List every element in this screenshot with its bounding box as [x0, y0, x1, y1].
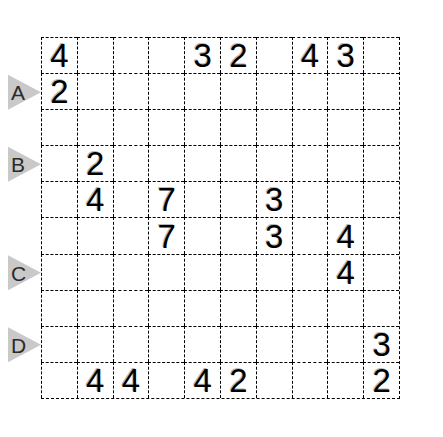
puzzle-screen: 43243224737344344422 ABCD	[0, 0, 443, 437]
row-marker-label: B	[11, 154, 25, 175]
cell-r2c1[interactable]: 2	[41, 73, 77, 109]
given-number: 2	[229, 364, 247, 397]
given-number: 2	[50, 75, 68, 108]
cell-r7c10[interactable]	[363, 254, 399, 290]
cell-r8c1[interactable]	[41, 290, 77, 326]
given-number: 3	[265, 183, 283, 216]
cell-r9c3[interactable]	[113, 326, 149, 362]
cell-r3c4[interactable]	[148, 109, 184, 145]
row-marker-D: D	[8, 327, 41, 362]
given-number: 4	[301, 39, 319, 72]
cell-r5c9[interactable]	[327, 181, 363, 217]
cell-r10c3[interactable]: 4	[113, 362, 149, 398]
cell-r5c10[interactable]	[363, 181, 399, 217]
cell-r5c4[interactable]: 7	[148, 181, 184, 217]
cell-r3c8[interactable]	[292, 109, 328, 145]
cell-r6c9[interactable]: 4	[327, 217, 363, 253]
cell-r10c8[interactable]	[292, 362, 328, 398]
cell-r6c5[interactable]	[184, 217, 220, 253]
cell-r2c2[interactable]	[77, 73, 113, 109]
cell-r3c6[interactable]	[220, 109, 256, 145]
row-marker-A: A	[8, 75, 41, 110]
row-marker-C: C	[8, 255, 41, 290]
cell-r8c2[interactable]	[77, 290, 113, 326]
cell-r4c8[interactable]	[292, 145, 328, 181]
cell-r9c1[interactable]	[41, 326, 77, 362]
cell-r7c2[interactable]	[77, 254, 113, 290]
cell-r10c7[interactable]	[256, 362, 292, 398]
cell-r1c8[interactable]: 4	[292, 37, 328, 73]
cell-r4c7[interactable]	[256, 145, 292, 181]
cell-r10c9[interactable]	[327, 362, 363, 398]
cell-r10c10[interactable]: 2	[363, 362, 399, 398]
cell-r9c7[interactable]	[256, 326, 292, 362]
cell-r9c8[interactable]	[292, 326, 328, 362]
cell-r1c10[interactable]	[363, 37, 399, 73]
given-number: 2	[86, 147, 104, 180]
cell-r4c9[interactable]	[327, 145, 363, 181]
given-number: 4	[86, 364, 104, 397]
cell-r6c8[interactable]	[292, 217, 328, 253]
cell-r9c6[interactable]	[220, 326, 256, 362]
cell-r3c2[interactable]	[77, 109, 113, 145]
cell-r7c4[interactable]	[148, 254, 184, 290]
given-number: 4	[50, 39, 68, 72]
cell-r2c7[interactable]	[256, 73, 292, 109]
row-marker-label: D	[11, 334, 26, 355]
cell-r9c5[interactable]	[184, 326, 220, 362]
cell-r6c6[interactable]	[220, 217, 256, 253]
cell-r3c3[interactable]	[113, 109, 149, 145]
cell-r6c3[interactable]	[113, 217, 149, 253]
cell-r8c3[interactable]	[113, 290, 149, 326]
cell-r1c3[interactable]	[113, 37, 149, 73]
cell-r1c6[interactable]: 2	[220, 37, 256, 73]
cell-r4c5[interactable]	[184, 145, 220, 181]
cell-r5c3[interactable]	[113, 181, 149, 217]
cell-r4c4[interactable]	[148, 145, 184, 181]
cell-r9c4[interactable]	[148, 326, 184, 362]
given-number: 4	[337, 256, 355, 289]
given-number: 4	[337, 220, 355, 253]
given-number: 3	[372, 328, 390, 361]
cell-r2c4[interactable]	[148, 73, 184, 109]
cell-r10c2[interactable]: 4	[77, 362, 113, 398]
given-number: 2	[229, 39, 247, 72]
cell-r7c7[interactable]	[256, 254, 292, 290]
cell-r6c4[interactable]: 7	[148, 217, 184, 253]
cell-r7c1[interactable]	[41, 254, 77, 290]
cell-r6c10[interactable]	[363, 217, 399, 253]
cell-r5c1[interactable]	[41, 181, 77, 217]
cell-r7c9[interactable]: 4	[327, 254, 363, 290]
given-number: 3	[337, 39, 355, 72]
cell-r2c3[interactable]	[113, 73, 149, 109]
cell-r4c10[interactable]	[363, 145, 399, 181]
given-number: 4	[122, 364, 140, 397]
given-number: 7	[158, 183, 176, 216]
cell-r6c7[interactable]: 3	[256, 217, 292, 253]
cell-r5c8[interactable]	[292, 181, 328, 217]
cell-r5c5[interactable]	[184, 181, 220, 217]
cell-r7c5[interactable]	[184, 254, 220, 290]
cell-r4c3[interactable]	[113, 145, 149, 181]
cell-r5c7[interactable]: 3	[256, 181, 292, 217]
cell-r2c10[interactable]	[363, 73, 399, 109]
cell-r1c4[interactable]	[148, 37, 184, 73]
cell-r4c6[interactable]	[220, 145, 256, 181]
cell-r10c5[interactable]: 4	[184, 362, 220, 398]
cell-r10c6[interactable]: 2	[220, 362, 256, 398]
cell-r2c5[interactable]	[184, 73, 220, 109]
cell-r8c5[interactable]	[184, 290, 220, 326]
cell-r1c2[interactable]	[77, 37, 113, 73]
cell-r7c8[interactable]	[292, 254, 328, 290]
cell-r7c3[interactable]	[113, 254, 149, 290]
given-number: 3	[193, 39, 211, 72]
cell-r9c9[interactable]	[327, 326, 363, 362]
cell-r8c10[interactable]	[363, 290, 399, 326]
cell-r6c1[interactable]	[41, 217, 77, 253]
cell-r3c9[interactable]	[327, 109, 363, 145]
cell-r2c8[interactable]	[292, 73, 328, 109]
cell-r1c1[interactable]: 4	[41, 37, 77, 73]
cell-r1c7[interactable]	[256, 37, 292, 73]
cell-r3c5[interactable]	[184, 109, 220, 145]
cell-r2c9[interactable]	[327, 73, 363, 109]
given-number: 4	[193, 364, 211, 397]
cell-r4c1[interactable]	[41, 145, 77, 181]
cell-r4c2[interactable]: 2	[77, 145, 113, 181]
puzzle-grid: 43243224737344344422	[41, 37, 400, 399]
cell-r3c1[interactable]	[41, 109, 77, 145]
cell-r8c4[interactable]	[148, 290, 184, 326]
row-marker-label: C	[11, 262, 26, 283]
given-number: 7	[158, 220, 176, 253]
given-number: 2	[372, 364, 390, 397]
cell-r8c7[interactable]	[256, 290, 292, 326]
cell-r5c6[interactable]	[220, 181, 256, 217]
cell-r5c2[interactable]: 4	[77, 181, 113, 217]
row-marker-label: A	[11, 82, 25, 103]
cell-r3c10[interactable]	[363, 109, 399, 145]
cell-r1c5[interactable]: 3	[184, 37, 220, 73]
cell-r8c9[interactable]	[327, 290, 363, 326]
given-number: 3	[265, 220, 283, 253]
cell-r9c2[interactable]	[77, 326, 113, 362]
cell-r6c2[interactable]	[77, 217, 113, 253]
cell-r8c8[interactable]	[292, 290, 328, 326]
cell-r10c4[interactable]	[148, 362, 184, 398]
cell-r3c7[interactable]	[256, 109, 292, 145]
cell-r9c10[interactable]: 3	[363, 326, 399, 362]
cell-r10c1[interactable]	[41, 362, 77, 398]
row-marker-B: B	[8, 147, 41, 182]
cell-r1c9[interactable]: 3	[327, 37, 363, 73]
cell-r2c6[interactable]	[220, 73, 256, 109]
given-number: 4	[86, 183, 104, 216]
cell-r8c6[interactable]	[220, 290, 256, 326]
cell-r7c6[interactable]	[220, 254, 256, 290]
